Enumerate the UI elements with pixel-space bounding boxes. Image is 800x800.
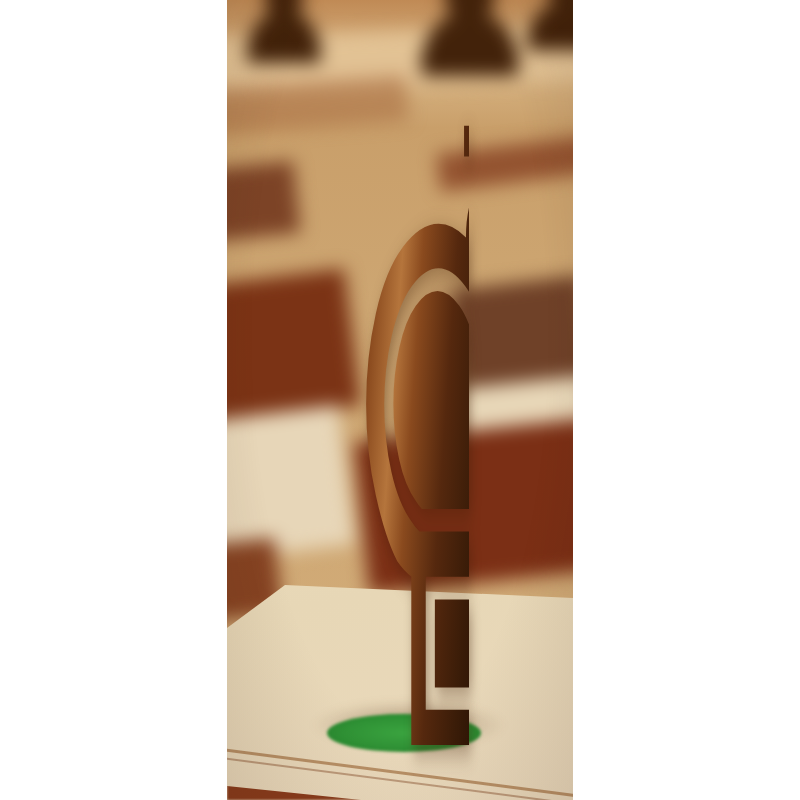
background-pawn-left: ♟ bbox=[227, 0, 346, 86]
king-piece: ♚ bbox=[331, 0, 469, 800]
chess-king-photo: ♟ ♟ ♟ ♚ bbox=[227, 0, 573, 800]
page-background: { "game": "chess", "scene": { "type": "c… bbox=[0, 0, 800, 800]
board-dark-square-upper-left bbox=[227, 161, 300, 243]
